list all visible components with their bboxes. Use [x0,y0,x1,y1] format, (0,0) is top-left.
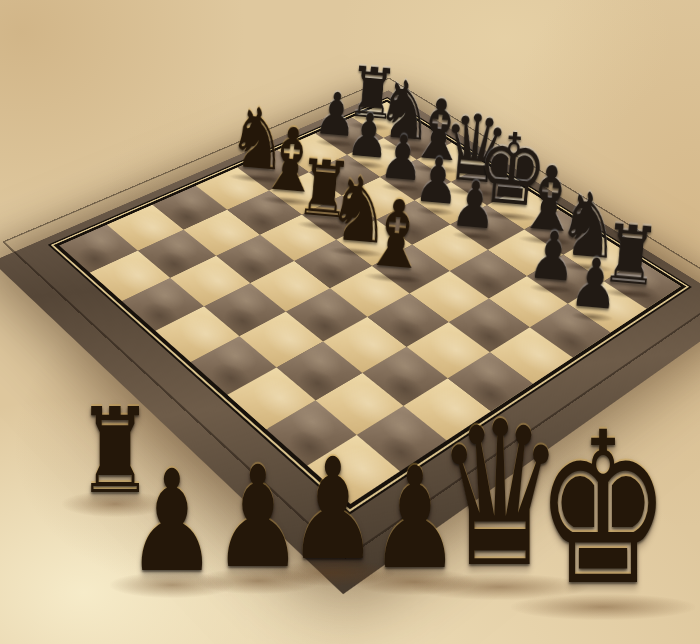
scene-photo: ♜♞♝♛♚♝♞♜♟♟♟♟♟♟♟♞♝♜♞♝ ♜♟♟♟♟♛♚ [0,0,700,644]
offboard-white-king-piece: ♚ [498,410,700,610]
foreground-pieces: ♜♟♟♟♟♛♚ [0,0,700,644]
